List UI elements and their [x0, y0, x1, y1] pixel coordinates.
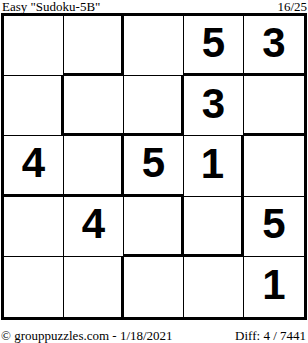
- sudoku-cell-r3c3[interactable]: 5: [124, 136, 184, 196]
- sudoku-cell-r3c4[interactable]: 1: [184, 136, 244, 196]
- header: Easy "Sudoku-5B" 16/25: [0, 0, 308, 14]
- sudoku-cell-r5c5[interactable]: 1: [244, 257, 304, 317]
- given-digit: 5: [202, 22, 225, 64]
- sudoku-cell-r2c1[interactable]: [4, 76, 64, 136]
- sudoku-cell-r2c5[interactable]: [244, 76, 304, 136]
- sudoku-cell-r1c1[interactable]: [4, 16, 64, 76]
- sudoku-cell-r5c4[interactable]: [184, 257, 244, 317]
- sudoku-cell-r1c4[interactable]: 5: [184, 16, 244, 76]
- given-digit: 3: [262, 22, 285, 64]
- sudoku-cell-r3c1[interactable]: 4: [4, 136, 64, 196]
- given-digit: 5: [142, 142, 165, 184]
- sudoku-cell-r4c5[interactable]: 5: [244, 197, 304, 257]
- sudoku-cell-r5c1[interactable]: [4, 257, 64, 317]
- given-digit: 1: [201, 143, 224, 185]
- sudoku-cell-r2c3[interactable]: [124, 76, 184, 136]
- sudoku-cell-r5c3[interactable]: [124, 257, 184, 317]
- given-digit: 5: [262, 203, 285, 245]
- sudoku-cell-r5c2[interactable]: [64, 257, 124, 317]
- given-digit: 1: [262, 264, 285, 306]
- sudoku-cell-r4c3[interactable]: [124, 197, 184, 257]
- difficulty-rating: Diff: 4 / 7441: [235, 329, 308, 343]
- sudoku-cell-r4c2[interactable]: 4: [64, 197, 124, 257]
- sudoku-cell-r3c2[interactable]: [64, 136, 124, 196]
- given-digit: 3: [202, 83, 225, 125]
- puzzle-page: Easy "Sudoku-5B" 16/25 533451451 © group…: [0, 0, 308, 343]
- footer: © grouppuzzles.com - 1/18/2021 Diff: 4 /…: [0, 326, 308, 343]
- sudoku-cell-r1c2[interactable]: [64, 16, 124, 76]
- sudoku-cell-r2c2[interactable]: [64, 76, 124, 136]
- puzzle-title: Easy "Sudoku-5B": [0, 0, 100, 13]
- sudoku-cell-r1c5[interactable]: 3: [244, 16, 304, 76]
- sudoku-cell-r3c5[interactable]: [244, 136, 304, 196]
- sudoku-cell-r1c3[interactable]: [124, 16, 184, 76]
- sudoku-cell-r4c4[interactable]: [184, 197, 244, 257]
- copyright-date: © grouppuzzles.com - 1/18/2021: [0, 329, 173, 343]
- sudoku-cell-r2c4[interactable]: 3: [184, 76, 244, 136]
- sudoku-board: 533451451: [1, 13, 307, 320]
- given-digit: 4: [22, 142, 45, 184]
- sudoku-cell-r4c1[interactable]: [4, 197, 64, 257]
- given-digit: 4: [82, 203, 105, 245]
- progress-counter: 16/25: [277, 0, 308, 13]
